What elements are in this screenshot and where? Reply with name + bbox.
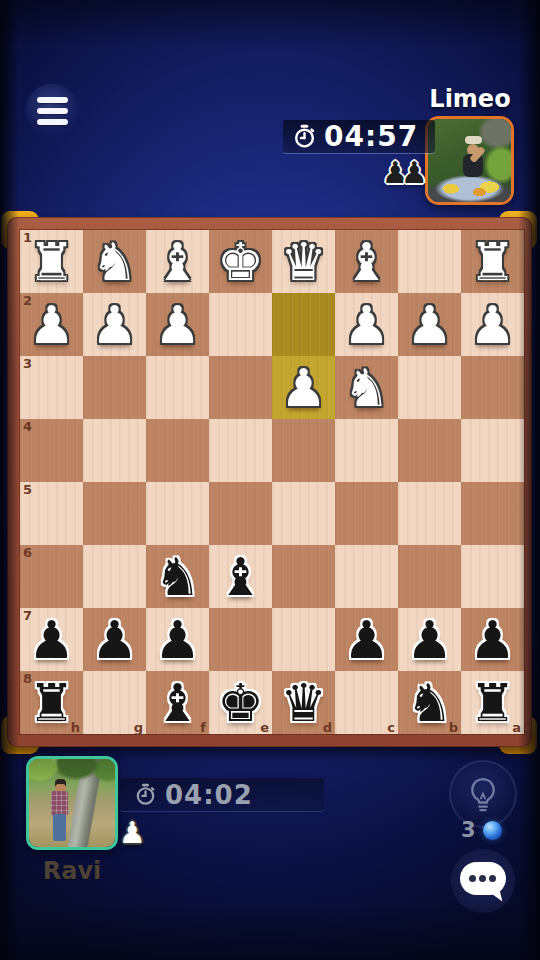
square-a6[interactable] (461, 545, 524, 608)
player-name: Ravi (26, 857, 118, 885)
square-d7[interactable] (272, 608, 335, 671)
white-bishop: ♝ (335, 230, 398, 293)
square-b3[interactable] (398, 356, 461, 419)
square-a4[interactable] (461, 419, 524, 482)
opponent-avatar-photo (428, 119, 511, 202)
chat-bubble-icon (460, 862, 506, 895)
white-pawn: ♟ (461, 293, 524, 356)
hamburger-icon (37, 97, 68, 103)
stopwatch-icon (134, 783, 157, 806)
square-g7[interactable]: ♟ (83, 608, 146, 671)
square-a1[interactable]: ♜ (461, 230, 524, 293)
white-pawn: ♟ (83, 293, 146, 356)
square-b8[interactable]: b♞ (398, 671, 461, 734)
chat-button[interactable] (451, 849, 515, 913)
square-e1[interactable]: ♚ (209, 230, 272, 293)
square-h2[interactable]: 2♟ (20, 293, 83, 356)
file-label: a (512, 720, 521, 735)
square-f5[interactable] (146, 482, 209, 545)
square-b4[interactable] (398, 419, 461, 482)
square-g2[interactable]: ♟ (83, 293, 146, 356)
gem-icon (483, 821, 502, 840)
rank-label: 1 (23, 230, 32, 245)
black-pawn: ♟ (335, 608, 398, 671)
square-d1[interactable]: ♛ (272, 230, 335, 293)
square-c2[interactable]: ♟ (335, 293, 398, 356)
black-pawn: ♟ (83, 608, 146, 671)
square-d5[interactable] (272, 482, 335, 545)
square-f1[interactable]: ♝ (146, 230, 209, 293)
black-pawn: ♟ (146, 608, 209, 671)
square-f4[interactable] (146, 419, 209, 482)
square-a2[interactable]: ♟ (461, 293, 524, 356)
player-clock-time: 04:02 (165, 780, 253, 810)
chess-app-screen: Limeo 04:57 ♟♟ 1♜♞♝♚♛♝♜2♟♟♟♟♟♟3♟♞456♞♝7♟… (0, 0, 540, 960)
square-f8[interactable]: f♝ (146, 671, 209, 734)
square-d6[interactable] (272, 545, 335, 608)
square-f2[interactable]: ♟ (146, 293, 209, 356)
black-bishop: ♝ (209, 545, 272, 608)
square-e5[interactable] (209, 482, 272, 545)
rank-label: 7 (23, 608, 32, 623)
square-c6[interactable] (335, 545, 398, 608)
square-c7[interactable]: ♟ (335, 608, 398, 671)
rank-label: 8 (23, 671, 32, 686)
square-g1[interactable]: ♞ (83, 230, 146, 293)
white-pawn: ♟ (272, 356, 335, 419)
square-c3[interactable]: ♞ (335, 356, 398, 419)
captured-white-pawn-icon: ♟ (119, 814, 146, 852)
black-pawn: ♟ (461, 608, 524, 671)
white-rook: ♜ (461, 230, 524, 293)
white-king: ♚ (209, 230, 272, 293)
square-h1[interactable]: 1♜ (20, 230, 83, 293)
file-label: c (387, 720, 395, 735)
square-h7[interactable]: 7♟ (20, 608, 83, 671)
hint-count: 3 (461, 818, 476, 842)
square-c8[interactable]: c (335, 671, 398, 734)
square-c5[interactable] (335, 482, 398, 545)
square-a8[interactable]: a♜ (461, 671, 524, 734)
square-a5[interactable] (461, 482, 524, 545)
white-bishop: ♝ (146, 230, 209, 293)
square-a3[interactable] (461, 356, 524, 419)
square-a7[interactable]: ♟ (461, 608, 524, 671)
square-h6[interactable]: 6 (20, 545, 83, 608)
rank-label: 2 (23, 293, 32, 308)
square-e7[interactable] (209, 608, 272, 671)
opponent-avatar[interactable] (425, 116, 514, 205)
square-b7[interactable]: ♟ (398, 608, 461, 671)
lightbulb-icon (462, 773, 504, 815)
player-captured-tray: ♟ (119, 814, 146, 852)
rank-label: 4 (23, 419, 32, 434)
opponent-clock: 04:57 (283, 120, 435, 153)
square-d4[interactable] (272, 419, 335, 482)
opponent-captured-tray: ♟♟ (382, 154, 428, 192)
square-e8[interactable]: e♚ (209, 671, 272, 734)
file-label: g (134, 720, 143, 735)
square-d8[interactable]: d♛ (272, 671, 335, 734)
white-queen: ♛ (272, 230, 335, 293)
chess-board: 1♜♞♝♚♛♝♜2♟♟♟♟♟♟3♟♞456♞♝7♟♟♟♟♟♟8h♜gf♝e♚d♛… (7, 217, 532, 747)
square-h4[interactable]: 4 (20, 419, 83, 482)
square-g5[interactable] (83, 482, 146, 545)
rank-label: 6 (23, 545, 32, 560)
square-c4[interactable] (335, 419, 398, 482)
menu-button[interactable] (25, 84, 79, 138)
board-frame: 1♜♞♝♚♛♝♜2♟♟♟♟♟♟3♟♞456♞♝7♟♟♟♟♟♟8h♜gf♝e♚d♛… (7, 217, 532, 747)
player-avatar-photo (29, 759, 115, 847)
captured-black-pawn-icon: ♟ (401, 154, 428, 192)
square-g8[interactable]: g (83, 671, 146, 734)
square-h5[interactable]: 5 (20, 482, 83, 545)
file-label: b (449, 720, 458, 735)
square-d2[interactable] (272, 293, 335, 356)
file-label: f (200, 720, 206, 735)
square-c1[interactable]: ♝ (335, 230, 398, 293)
white-pawn: ♟ (398, 293, 461, 356)
square-h8[interactable]: 8h♜ (20, 671, 83, 734)
black-knight: ♞ (146, 545, 209, 608)
hint-meta: 3 (461, 818, 502, 842)
square-d3[interactable]: ♟ (272, 356, 335, 419)
file-label: d (323, 720, 332, 735)
square-f3[interactable] (146, 356, 209, 419)
black-pawn: ♟ (398, 608, 461, 671)
opponent-clock-time: 04:57 (324, 120, 418, 153)
file-label: e (260, 720, 269, 735)
player-avatar[interactable] (26, 756, 118, 850)
square-f7[interactable]: ♟ (146, 608, 209, 671)
square-b5[interactable] (398, 482, 461, 545)
file-label: h (71, 720, 80, 735)
square-g4[interactable] (83, 419, 146, 482)
white-knight: ♞ (335, 356, 398, 419)
square-e6[interactable]: ♝ (209, 545, 272, 608)
stopwatch-icon (292, 124, 317, 149)
opponent-name: Limeo (424, 85, 516, 113)
square-f6[interactable]: ♞ (146, 545, 209, 608)
square-e4[interactable] (209, 419, 272, 482)
board-grid: 1♜♞♝♚♛♝♜2♟♟♟♟♟♟3♟♞456♞♝7♟♟♟♟♟♟8h♜gf♝e♚d♛… (20, 230, 524, 734)
rank-label: 3 (23, 356, 32, 371)
square-e3[interactable] (209, 356, 272, 419)
white-pawn: ♟ (146, 293, 209, 356)
square-g3[interactable] (83, 356, 146, 419)
white-pawn: ♟ (335, 293, 398, 356)
square-e2[interactable] (209, 293, 272, 356)
square-b1[interactable] (398, 230, 461, 293)
rank-label: 5 (23, 482, 32, 497)
square-g6[interactable] (83, 545, 146, 608)
square-b6[interactable] (398, 545, 461, 608)
white-knight: ♞ (83, 230, 146, 293)
square-h3[interactable]: 3 (20, 356, 83, 419)
player-clock: 04:02 (120, 778, 324, 811)
square-b2[interactable]: ♟ (398, 293, 461, 356)
